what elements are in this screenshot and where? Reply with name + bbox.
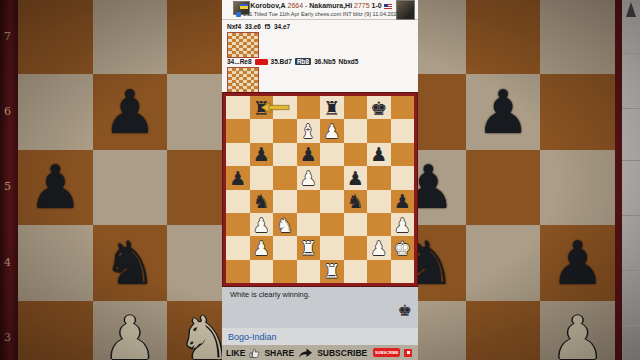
square[interactable]: ♞ bbox=[344, 190, 368, 213]
move-bd7[interactable]: 35.Bd7 bbox=[271, 58, 292, 65]
strip-tick bbox=[622, 160, 640, 161]
black-piece[interactable]: ♞ bbox=[344, 190, 368, 213]
white-elo: 2664 bbox=[287, 2, 303, 9]
white-piece[interactable]: ♜ bbox=[297, 236, 321, 259]
square: ♟ bbox=[18, 150, 93, 225]
white-piece[interactable]: ♝ bbox=[297, 119, 321, 142]
black-piece[interactable]: ♞ bbox=[250, 190, 274, 213]
square bbox=[18, 225, 93, 300]
strip-tick bbox=[622, 53, 640, 54]
square[interactable] bbox=[344, 143, 368, 166]
square bbox=[466, 0, 541, 74]
square[interactable] bbox=[273, 236, 297, 259]
square[interactable] bbox=[273, 166, 297, 189]
square[interactable] bbox=[344, 260, 368, 283]
square[interactable]: ♟ bbox=[344, 166, 368, 189]
square bbox=[540, 150, 615, 225]
square: ♟ bbox=[540, 225, 615, 300]
players-line: Korobov,A 2664 - Nakamura,Hi 2775 1-0 bbox=[236, 2, 396, 10]
square[interactable] bbox=[320, 143, 344, 166]
square bbox=[254, 54, 258, 57]
opening-name[interactable]: Bogo-Indian bbox=[228, 332, 277, 342]
square[interactable] bbox=[391, 96, 415, 119]
white-piece[interactable]: ♜ bbox=[320, 260, 344, 283]
board-frame: ♜♜♚♝♟♟♟♟♟♟♟♞♞♟♟♞♟♟♜♟♚♜ bbox=[222, 92, 418, 287]
rank-label: 3 bbox=[4, 331, 11, 344]
square[interactable]: ♟ bbox=[297, 166, 321, 189]
event-line: E11 Titled Tue 11th Apr Early chess.com … bbox=[236, 11, 396, 18]
white-player-name: Korobov,A bbox=[250, 2, 285, 9]
square[interactable]: ♝ bbox=[297, 119, 321, 142]
square[interactable] bbox=[367, 166, 391, 189]
square[interactable] bbox=[273, 190, 297, 213]
black-piece[interactable]: ♟ bbox=[250, 143, 274, 166]
white-piece: ♟ bbox=[540, 301, 615, 360]
position-thumbnail-1[interactable] bbox=[227, 32, 259, 58]
square[interactable]: ♟ bbox=[250, 236, 274, 259]
square: ♞ bbox=[93, 225, 168, 300]
subscribe-button[interactable]: SUBSCRIBE bbox=[373, 348, 400, 357]
move-line-2: 34...Re8 35.Bd7 Rb8 36.Nb5 Nbxd5 bbox=[227, 58, 358, 65]
black-piece[interactable]: ♟ bbox=[226, 166, 250, 189]
white-piece: ♟ bbox=[93, 301, 168, 360]
square bbox=[18, 301, 93, 360]
white-piece[interactable]: ♟ bbox=[250, 236, 274, 259]
square[interactable] bbox=[297, 213, 321, 236]
square[interactable] bbox=[320, 190, 344, 213]
square[interactable]: ♜ bbox=[320, 260, 344, 283]
square: ♟ bbox=[540, 301, 615, 360]
square[interactable] bbox=[391, 143, 415, 166]
strip-tick bbox=[622, 270, 640, 271]
square[interactable] bbox=[250, 119, 274, 142]
white-piece[interactable]: ♟ bbox=[297, 166, 321, 189]
current-move-rb8[interactable]: Rb8 bbox=[295, 58, 311, 65]
chess-board[interactable]: ♜♜♚♝♟♟♟♟♟♟♟♞♞♟♟♞♟♟♜♟♚♜ bbox=[226, 96, 414, 283]
square[interactable]: ♟ bbox=[367, 236, 391, 259]
square[interactable] bbox=[367, 213, 391, 236]
square[interactable] bbox=[226, 236, 250, 259]
square[interactable]: ♟ bbox=[297, 143, 321, 166]
annotation-panel: White is clearly winning. ♚ Bogo-Indian bbox=[222, 287, 418, 345]
black-elo: 2775 bbox=[354, 2, 370, 9]
square[interactable]: ♟ bbox=[250, 143, 274, 166]
square[interactable] bbox=[250, 166, 274, 189]
black-piece[interactable]: ♟ bbox=[391, 190, 415, 213]
square[interactable] bbox=[297, 190, 321, 213]
black-player-name: Nakamura,Hi bbox=[309, 2, 352, 9]
square[interactable]: ♟ bbox=[367, 143, 391, 166]
black-piece[interactable]: ♜ bbox=[320, 96, 344, 119]
square[interactable] bbox=[320, 166, 344, 189]
square[interactable] bbox=[250, 260, 274, 283]
square[interactable] bbox=[297, 96, 321, 119]
annotation-text: White is clearly winning. bbox=[230, 290, 310, 299]
black-king-icon: ♚ bbox=[398, 301, 412, 320]
us-flag bbox=[384, 4, 392, 9]
white-piece[interactable]: ♚ bbox=[391, 236, 415, 259]
rank-label: 6 bbox=[4, 105, 11, 118]
position-thumbnail-2[interactable] bbox=[227, 67, 259, 93]
game-header: Korobov,A 2664 - Nakamura,Hi 2775 1-0 E1… bbox=[222, 0, 418, 20]
rank-label: 4 bbox=[4, 256, 11, 269]
ukraine-flag bbox=[240, 4, 248, 9]
white-piece[interactable]: ♟ bbox=[367, 236, 391, 259]
square bbox=[540, 74, 615, 149]
square bbox=[540, 0, 615, 74]
white-piece[interactable]: ♟ bbox=[320, 119, 344, 142]
square[interactable] bbox=[344, 119, 368, 142]
square[interactable] bbox=[391, 166, 415, 189]
square[interactable] bbox=[320, 213, 344, 236]
square[interactable]: ♟ bbox=[250, 213, 274, 236]
square[interactable]: ♟ bbox=[391, 190, 415, 213]
scroll-strip[interactable] bbox=[622, 0, 640, 360]
square[interactable] bbox=[391, 260, 415, 283]
video-frame: ♝♟♟♟♟♟♟♟♞♞♟♟♞♟ 7 6 5 4 3 Korobov,A 2664 … bbox=[0, 0, 640, 360]
square[interactable] bbox=[344, 236, 368, 259]
square[interactable] bbox=[367, 119, 391, 142]
share-label[interactable]: SHARE bbox=[264, 348, 294, 358]
game-result: 1-0 bbox=[372, 2, 382, 9]
strip-tick bbox=[622, 215, 640, 216]
square[interactable]: ♜ bbox=[297, 236, 321, 259]
square bbox=[18, 74, 93, 149]
black-player-photo bbox=[396, 0, 415, 20]
square[interactable] bbox=[226, 119, 250, 142]
square[interactable] bbox=[273, 96, 297, 119]
square[interactable] bbox=[344, 96, 368, 119]
square: ♟ bbox=[466, 74, 541, 149]
move-re8[interactable]: 34...Re8 bbox=[227, 58, 252, 65]
players-separator: - bbox=[305, 2, 307, 9]
strip-tick bbox=[622, 325, 640, 326]
square[interactable]: ♟ bbox=[320, 119, 344, 142]
thumbs-up-icon[interactable] bbox=[249, 348, 260, 358]
square[interactable] bbox=[226, 260, 250, 283]
share-arrow-icon[interactable] bbox=[298, 348, 313, 358]
like-label[interactable]: LIKE bbox=[226, 348, 245, 358]
notation-panel: Nxf4 33.e6 f5 34.e7 34...Re8 35.Bd7 Rb8 … bbox=[222, 20, 418, 92]
action-bar: LIKE SHARE SUBSCRIBE SUBSCRIBE bbox=[222, 345, 418, 360]
center-column: Korobov,A 2664 - Nakamura,Hi 2775 1-0 E1… bbox=[222, 0, 418, 360]
square bbox=[466, 225, 541, 300]
square[interactable] bbox=[391, 119, 415, 142]
black-piece: ♟ bbox=[93, 74, 168, 149]
black-piece[interactable]: ♟ bbox=[367, 143, 391, 166]
black-piece[interactable]: ♟ bbox=[297, 143, 321, 166]
square[interactable]: ♟ bbox=[226, 166, 250, 189]
event-text: E11 Titled Tue 11th Apr Early chess.com … bbox=[243, 11, 400, 17]
square[interactable] bbox=[273, 119, 297, 142]
subscribe-label[interactable]: SUBSCRIBE bbox=[317, 348, 367, 358]
square[interactable]: ♜ bbox=[320, 96, 344, 119]
red-eval-box bbox=[255, 59, 268, 65]
square[interactable] bbox=[226, 190, 250, 213]
black-piece: ♟ bbox=[466, 74, 541, 149]
square[interactable]: ♜ bbox=[250, 96, 274, 119]
square: ♟ bbox=[93, 301, 168, 360]
youtube-icon[interactable] bbox=[404, 349, 412, 357]
square[interactable] bbox=[226, 96, 250, 119]
square[interactable]: ♞ bbox=[250, 190, 274, 213]
black-piece[interactable]: ♚ bbox=[367, 96, 391, 119]
square[interactable] bbox=[320, 236, 344, 259]
strip-tick bbox=[622, 108, 640, 109]
square[interactable] bbox=[273, 260, 297, 283]
event-icon bbox=[236, 12, 241, 17]
background-board-right-border bbox=[615, 0, 622, 360]
square bbox=[18, 0, 93, 74]
white-piece[interactable]: ♟ bbox=[391, 213, 415, 236]
square[interactable] bbox=[367, 260, 391, 283]
square: ♟ bbox=[93, 74, 168, 149]
white-piece[interactable]: ♟ bbox=[250, 213, 274, 236]
needle-icon bbox=[626, 2, 636, 17]
square[interactable]: ♟ bbox=[391, 213, 415, 236]
square[interactable] bbox=[344, 213, 368, 236]
move-nb5[interactable]: 36.Nb5 bbox=[314, 58, 335, 65]
black-piece[interactable]: ♟ bbox=[344, 166, 368, 189]
square[interactable] bbox=[367, 190, 391, 213]
square[interactable] bbox=[226, 213, 250, 236]
black-piece: ♟ bbox=[18, 150, 93, 225]
square[interactable]: ♞ bbox=[273, 213, 297, 236]
square bbox=[466, 150, 541, 225]
square[interactable] bbox=[226, 143, 250, 166]
square[interactable]: ♚ bbox=[391, 236, 415, 259]
square[interactable]: ♚ bbox=[367, 96, 391, 119]
rank-label: 7 bbox=[4, 30, 11, 43]
black-piece: ♟ bbox=[540, 225, 615, 300]
white-piece[interactable]: ♞ bbox=[273, 213, 297, 236]
rank-label: 5 bbox=[4, 180, 11, 193]
square bbox=[466, 301, 541, 360]
move-nbxd5[interactable]: Nbxd5 bbox=[339, 58, 359, 65]
black-piece: ♞ bbox=[93, 225, 168, 300]
square bbox=[93, 0, 168, 74]
move-line-1[interactable]: Nxf4 33.e6 f5 34.e7 bbox=[227, 23, 290, 30]
square[interactable] bbox=[297, 260, 321, 283]
square[interactable] bbox=[273, 143, 297, 166]
black-piece[interactable]: ♜ bbox=[250, 96, 274, 119]
square bbox=[93, 150, 168, 225]
